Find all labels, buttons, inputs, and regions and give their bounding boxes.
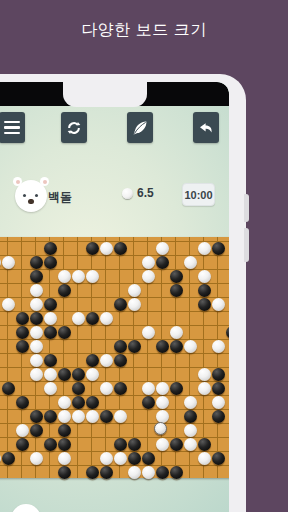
black-stone[interactable]: [72, 382, 85, 395]
white-stone[interactable]: [30, 298, 43, 311]
black-stone[interactable]: [114, 340, 127, 353]
black-stone[interactable]: [16, 340, 29, 353]
white-stone[interactable]: [30, 340, 43, 353]
black-stone[interactable]: [16, 396, 29, 409]
black-stone[interactable]: [142, 396, 155, 409]
white-stone[interactable]: [58, 396, 71, 409]
white-stone[interactable]: [198, 368, 211, 381]
white-stone[interactable]: [114, 452, 127, 465]
feather-icon: [131, 119, 149, 137]
black-stone[interactable]: [156, 256, 169, 269]
page-title: 다양한 보드 크기: [0, 20, 288, 41]
white-stone[interactable]: [100, 382, 113, 395]
black-stone[interactable]: [16, 438, 29, 451]
black-stone[interactable]: [30, 410, 43, 423]
black-stone[interactable]: [170, 466, 183, 479]
black-stone[interactable]: [212, 242, 225, 255]
white-stone[interactable]: [142, 326, 155, 339]
white-stone[interactable]: [30, 354, 43, 367]
white-stone[interactable]: [58, 410, 71, 423]
black-stone[interactable]: [114, 438, 127, 451]
white-stone[interactable]: [184, 396, 197, 409]
refresh-button[interactable]: [61, 112, 87, 143]
player-avatar[interactable]: [15, 180, 47, 212]
bear-nose-icon: [28, 199, 34, 204]
black-stone[interactable]: [184, 410, 197, 423]
black-stone[interactable]: [156, 340, 169, 353]
white-stone[interactable]: [44, 312, 57, 325]
black-stone[interactable]: [30, 424, 43, 437]
white-stone-icon: [122, 188, 133, 199]
white-stone[interactable]: [100, 242, 113, 255]
white-stone[interactable]: [72, 312, 85, 325]
white-stone[interactable]: [142, 466, 155, 479]
white-stone[interactable]: [128, 284, 141, 297]
black-stone[interactable]: [114, 382, 127, 395]
white-stone[interactable]: [30, 368, 43, 381]
black-stone[interactable]: [198, 438, 211, 451]
white-stone[interactable]: [2, 298, 15, 311]
bear-eye-icon: [23, 194, 26, 197]
white-stone[interactable]: [128, 298, 141, 311]
app-screen: 백돌 6.5 10:00: [0, 82, 229, 512]
black-stone[interactable]: [44, 326, 57, 339]
black-stone[interactable]: [86, 466, 99, 479]
menu-icon: [4, 118, 20, 138]
black-stone[interactable]: [212, 382, 225, 395]
black-stone[interactable]: [212, 368, 225, 381]
black-stone[interactable]: [30, 270, 43, 283]
white-stone[interactable]: [142, 382, 155, 395]
white-stone[interactable]: [86, 270, 99, 283]
black-stone[interactable]: [16, 312, 29, 325]
white-stone[interactable]: [0, 452, 1, 465]
white-stone[interactable]: [30, 326, 43, 339]
white-stone[interactable]: [2, 256, 15, 269]
black-stone[interactable]: [86, 242, 99, 255]
bottom-player-avatar[interactable]: [11, 504, 41, 512]
black-stone[interactable]: [72, 368, 85, 381]
black-stone[interactable]: [170, 438, 183, 451]
white-stone[interactable]: [30, 284, 43, 297]
white-stone[interactable]: [142, 270, 155, 283]
black-stone[interactable]: [100, 466, 113, 479]
player-name: 백돌: [48, 189, 72, 206]
bear-eye-icon: [35, 194, 38, 197]
white-stone[interactable]: [198, 242, 211, 255]
white-stone[interactable]: [198, 452, 211, 465]
page: 다양한 보드 크기: [0, 0, 288, 512]
white-stone[interactable]: [58, 452, 71, 465]
undo-button[interactable]: [193, 112, 219, 143]
black-stone[interactable]: [44, 298, 57, 311]
white-stone[interactable]: [86, 410, 99, 423]
black-stone[interactable]: [128, 340, 141, 353]
black-stone[interactable]: [128, 438, 141, 451]
black-stone[interactable]: [58, 424, 71, 437]
black-stone[interactable]: [128, 452, 141, 465]
white-stone[interactable]: [156, 242, 169, 255]
black-stone[interactable]: [44, 242, 57, 255]
black-stone[interactable]: [212, 410, 225, 423]
black-stone[interactable]: [114, 242, 127, 255]
black-stone[interactable]: [170, 340, 183, 353]
white-stone-last-move[interactable]: [154, 422, 167, 435]
white-stone[interactable]: [198, 270, 211, 283]
black-stone[interactable]: [100, 410, 113, 423]
white-stone[interactable]: [100, 312, 113, 325]
black-stone[interactable]: [44, 410, 57, 423]
phone-power-button: [244, 228, 249, 262]
black-stone[interactable]: [58, 368, 71, 381]
white-stone[interactable]: [156, 438, 169, 451]
black-stone[interactable]: [16, 326, 29, 339]
phone-mockup: 백돌 6.5 10:00: [0, 74, 246, 512]
white-stone[interactable]: [44, 368, 57, 381]
black-stone[interactable]: [58, 466, 71, 479]
black-stone[interactable]: [170, 270, 183, 283]
menu-button[interactable]: [0, 112, 25, 143]
black-stone[interactable]: [198, 298, 211, 311]
black-stone[interactable]: [86, 312, 99, 325]
black-stone[interactable]: [212, 452, 225, 465]
white-stone[interactable]: [114, 410, 127, 423]
black-stone[interactable]: [198, 284, 211, 297]
komi-value: 6.5: [137, 186, 154, 200]
white-stone[interactable]: [100, 452, 113, 465]
white-stone[interactable]: [100, 354, 113, 367]
white-stone[interactable]: [16, 424, 29, 437]
white-stone[interactable]: [184, 438, 197, 451]
black-stone[interactable]: [58, 326, 71, 339]
black-stone[interactable]: [44, 256, 57, 269]
go-board[interactable]: [0, 237, 229, 478]
white-stone[interactable]: [212, 298, 225, 311]
white-stone[interactable]: [142, 256, 155, 269]
black-stone[interactable]: [72, 396, 85, 409]
white-stone[interactable]: [156, 410, 169, 423]
black-stone[interactable]: [170, 284, 183, 297]
black-stone[interactable]: [58, 284, 71, 297]
bear-ear-icon: [13, 177, 22, 186]
black-stone[interactable]: [142, 452, 155, 465]
black-stone[interactable]: [86, 354, 99, 367]
white-stone[interactable]: [44, 382, 57, 395]
bear-ear-icon: [40, 177, 49, 186]
white-stone[interactable]: [128, 466, 141, 479]
refresh-icon: [65, 119, 83, 137]
black-stone[interactable]: [58, 438, 71, 451]
black-stone[interactable]: [170, 382, 183, 395]
timer-badge: 10:00: [182, 183, 215, 206]
black-stone[interactable]: [30, 312, 43, 325]
white-stone[interactable]: [184, 256, 197, 269]
black-stone[interactable]: [2, 452, 15, 465]
black-stone[interactable]: [86, 396, 99, 409]
undo-icon: [197, 119, 215, 137]
phone-volume-button: [244, 194, 249, 222]
white-stone[interactable]: [0, 256, 1, 269]
black-stone[interactable]: [44, 354, 57, 367]
black-stone[interactable]: [226, 326, 230, 339]
white-stone[interactable]: [86, 368, 99, 381]
white-stone[interactable]: [184, 424, 197, 437]
black-stone[interactable]: [114, 298, 127, 311]
black-stone[interactable]: [44, 438, 57, 451]
black-stone[interactable]: [2, 382, 15, 395]
white-stone[interactable]: [156, 396, 169, 409]
white-stone[interactable]: [170, 326, 183, 339]
black-stone[interactable]: [114, 354, 127, 367]
white-stone[interactable]: [212, 340, 225, 353]
white-stone[interactable]: [58, 270, 71, 283]
feather-button[interactable]: [127, 112, 153, 143]
black-stone[interactable]: [30, 256, 43, 269]
white-stone[interactable]: [30, 452, 43, 465]
white-stone[interactable]: [212, 396, 225, 409]
white-stone[interactable]: [184, 340, 197, 353]
phone-notch: [63, 82, 147, 107]
white-stone[interactable]: [72, 270, 85, 283]
white-stone[interactable]: [156, 382, 169, 395]
white-stone[interactable]: [198, 382, 211, 395]
black-stone[interactable]: [156, 466, 169, 479]
white-stone[interactable]: [72, 410, 85, 423]
